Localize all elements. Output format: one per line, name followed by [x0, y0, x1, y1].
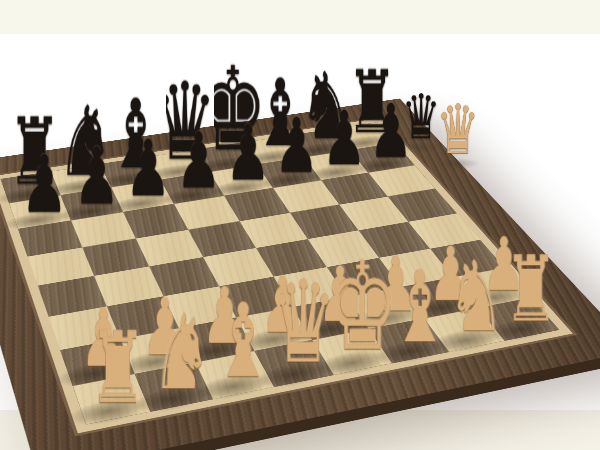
black-pawn-glyph: ♟	[21, 144, 68, 223]
black-pawn[interactable]: ♟	[129, 129, 168, 207]
board-frame: ♜♞♝♛♚♝♞♜♟♟♟♟♟♟♟♟♟♟♟♟♟♟♟♟♜♞♝♛♚♝♞♜	[0, 99, 600, 450]
white-king[interactable]: ♚	[339, 246, 385, 368]
white-knight-glyph: ♞	[447, 248, 504, 345]
white-bishop[interactable]: ♝	[397, 258, 443, 356]
chess-set-photo: ♜♞♝♛♚♝♞♜♟♟♟♟♟♟♟♟♟♟♟♟♟♟♟♟♜♞♝♛♚♝♞♜ ♛♛	[0, 0, 600, 450]
black-pawn[interactable]: ♟	[179, 122, 217, 199]
white-knight[interactable]: ♞	[157, 301, 205, 404]
black-pawn[interactable]: ♟	[278, 108, 316, 184]
white-rook[interactable]: ♜	[94, 318, 143, 417]
black-pawn-glyph: ♟	[176, 122, 222, 199]
white-bishop[interactable]: ♝	[219, 290, 266, 392]
black-pawn[interactable]: ♟	[25, 144, 65, 223]
black-pawn[interactable]: ♟	[229, 115, 267, 191]
black-pawn-glyph: ♟	[125, 129, 171, 207]
chess-board: ♜♞♝♛♚♝♞♜♟♟♟♟♟♟♟♟♟♟♟♟♟♟♟♟♜♞♝♛♚♝♞♜	[0, 99, 600, 450]
spare-white-queen[interactable]: ♛	[436, 96, 479, 164]
white-bishop-glyph: ♝	[391, 258, 449, 356]
white-bishop-glyph: ♝	[213, 290, 273, 392]
black-pawn-glyph: ♟	[73, 137, 120, 216]
black-pawn-glyph: ♟	[274, 108, 319, 184]
white-queen-glyph: ♛	[270, 266, 337, 379]
black-pawn-glyph: ♟	[225, 115, 270, 191]
white-queen[interactable]: ♛	[280, 266, 327, 379]
white-rook-glyph: ♜	[89, 318, 148, 417]
white-rook[interactable]: ♜	[509, 243, 554, 334]
white-knight-glyph: ♞	[151, 301, 212, 404]
backdrop-top-band	[0, 0, 600, 34]
black-pawn-glyph: ♟	[322, 101, 366, 176]
square-b5[interactable]	[82, 238, 149, 275]
black-pawn[interactable]: ♟	[326, 101, 363, 176]
black-pawn[interactable]: ♟	[77, 137, 116, 216]
white-rook-glyph: ♜	[504, 243, 558, 334]
white-knight[interactable]: ♞	[454, 248, 499, 345]
spare-black-queen[interactable]: ♛	[401, 86, 440, 148]
